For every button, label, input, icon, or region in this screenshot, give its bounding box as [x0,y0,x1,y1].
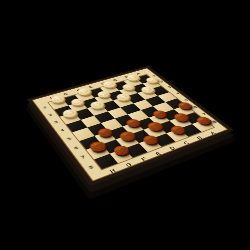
draughts-man-glyph: ⛀ [63,109,77,118]
coordinate-label: 6 [73,145,79,150]
coordinate-label: D [169,146,177,151]
coordinate-label: F [140,157,147,162]
draughts-man-glyph: ⛀ [51,95,64,103]
draughts-man-glyph: ⛀ [78,88,91,96]
draughts-man-glyph: ⛂ [142,135,158,145]
draughts-man-glyph: ⛂ [125,118,140,127]
draughts-man-glyph: ⛂ [147,122,162,132]
black-checker[interactable]: ⛂ [88,140,108,153]
black-checker[interactable]: ⛂ [193,115,213,126]
coordinate-label: G [125,162,133,168]
draughts-man-glyph: ⛂ [113,145,129,156]
coordinate-label: 8 [211,120,217,124]
coordinate-label: 7 [80,155,86,160]
board-frame: HGFEDCBA 12345678 ⛀⛀⛀⛀⛀⛀⛀⛀⛀⛀⛀⛀⛂⛂⛂⛂⛂⛂⛂⛂⛂⛂… [32,68,229,182]
coordinate-label: A [209,131,217,136]
draughts-man-glyph: ⛀ [103,81,116,88]
draughts-man-glyph: ⛀ [71,98,84,106]
black-checker[interactable]: ⛂ [140,134,160,146]
coordinate-label: 3 [54,120,59,124]
coordinate-label: 1 [42,106,47,110]
checkers-board: HGFEDCBA 12345678 ⛀⛀⛀⛀⛀⛀⛀⛀⛀⛀⛀⛀⛂⛂⛂⛂⛂⛂⛂⛂⛂⛂… [27,66,234,186]
draughts-man-glyph: ⛂ [119,131,135,141]
draughts-man-glyph: ⛀ [97,90,110,98]
coordinate-label: 8 [88,165,95,170]
coordinate-label: 2 [48,113,53,117]
draughts-man-glyph: ⛀ [145,77,158,84]
draughts-man-glyph: ⛂ [90,141,106,152]
coordinate-label: H [109,168,117,174]
coordinate-label: 6 [192,105,198,109]
coordinate-label: E [155,151,162,156]
coordinate-label: 2 [159,80,164,83]
board-outer-rim: HGFEDCBA 12345678 ⛀⛀⛀⛀⛀⛀⛀⛀⛀⛀⛀⛀⛂⛂⛂⛂⛂⛂⛂⛂⛂⛂… [27,66,234,186]
square-g8[interactable]: ⛂ [109,148,132,163]
coordinate-label: E [88,85,94,88]
black-checker[interactable]: ⛂ [95,127,114,139]
coordinate-label: 3 [167,86,172,89]
coordinate-label: C [183,141,191,146]
draughts-man-glyph: ⛀ [116,93,130,101]
photo-background: HGFEDCBA 12345678 ⛀⛀⛀⛀⛀⛀⛀⛀⛀⛀⛀⛀⛂⛂⛂⛂⛂⛂⛂⛂⛂⛂… [0,0,250,250]
coordinate-label: 4 [175,92,181,95]
coordinate-label: B [196,136,204,141]
square-h1[interactable]: ⛀ [49,99,68,110]
draughts-man-glyph: ⛀ [90,101,104,109]
draughts-man-glyph: ⛂ [97,127,112,137]
draughts-man-glyph: ⛂ [152,110,167,119]
coordinate-label: 4 [60,128,66,132]
coordinate-label: 5 [66,137,72,141]
